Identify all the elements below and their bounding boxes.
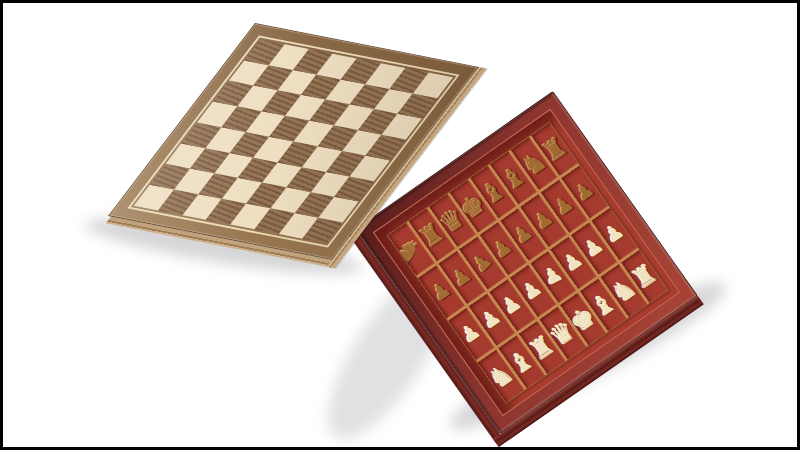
- tray-compartment-grid: ♞♜♛♚♝♝♞♜♟♟♟♟♟♟♟♟♟♟♟♟♟♟♟♟♞♝♜♛♚♝♞♜: [387, 121, 670, 404]
- light-pawn-piece: ♟: [601, 220, 628, 248]
- light-pawn-piece: ♟: [540, 263, 566, 290]
- product-photo-chess-set: ♞♜♛♚♝♝♞♜♟♟♟♟♟♟♟♟♟♟♟♟♟♟♟♟♞♝♜♛♚♝♞♜: [0, 0, 800, 450]
- dark-pawn-piece: ♟: [571, 178, 598, 206]
